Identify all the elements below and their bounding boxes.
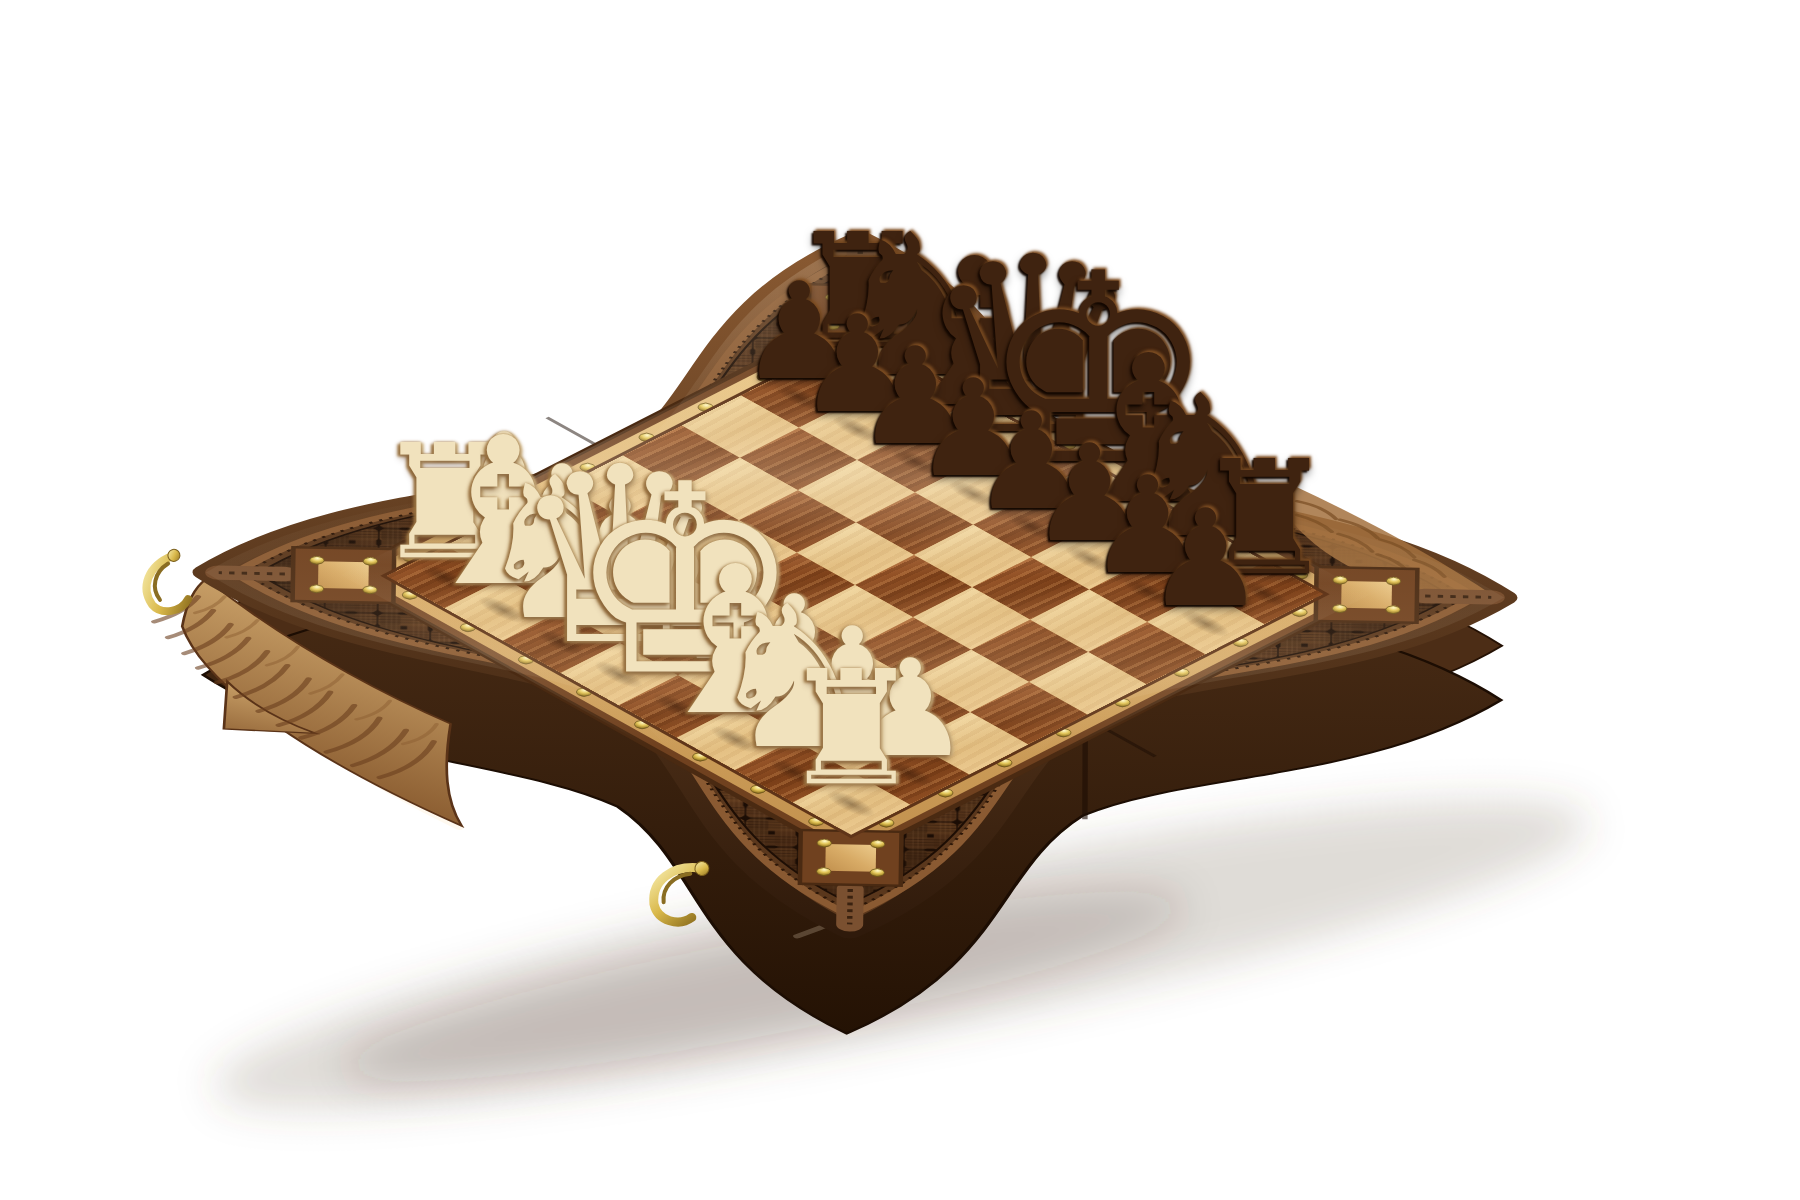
photo-scene: ♜♞♝♛♚♝♞♜♟♟♟♟♟♟♟♟♟♟♟♟♟♟♟♟♜♝♞♛♚♝♞♜ — [0, 0, 1800, 1200]
hardware-overlay — [0, 0, 1800, 1200]
brass-clasp-front — [649, 852, 711, 927]
brass-clasp-left — [136, 548, 195, 617]
